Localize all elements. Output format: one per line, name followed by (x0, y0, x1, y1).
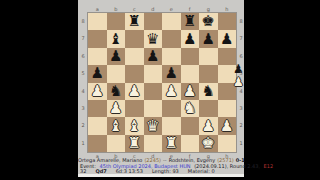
file-label-top-f: f (181, 6, 200, 12)
black-pawn: ♟ (146, 49, 159, 64)
square-b3: ♟ (107, 100, 126, 117)
square-g2: ♟ (199, 117, 218, 134)
board-panel: ♜♜♚♝♛♟♟♟♟♟♟♟♟♞♟♟♟♞♟♞♝♝♛♟♟♜♜♚ ♟ ♟ Ortega … (78, 0, 244, 177)
square-g8: ♚ (199, 13, 218, 30)
white-king: ♚ (202, 136, 215, 151)
square-a3 (88, 100, 107, 117)
black-pawn: ♟ (109, 49, 122, 64)
white-pawn: ♟ (128, 84, 141, 99)
square-d7: ♛ (144, 30, 163, 47)
file-label-top-c: c (125, 6, 144, 12)
square-e4: ♟ (162, 83, 181, 100)
rank-label-right-4: 4 (237, 83, 246, 100)
footer-strip (78, 174, 244, 178)
black-pawn: ♟ (183, 32, 196, 47)
square-a6 (88, 48, 107, 65)
square-a5: ♟ (88, 65, 107, 82)
file-label-top-b: b (107, 6, 126, 12)
square-b4: ♞ (107, 83, 126, 100)
square-d5 (144, 65, 163, 82)
black-pawn: ♟ (220, 32, 233, 47)
square-h3 (218, 100, 237, 117)
rank-label-right-6: 6 (237, 48, 246, 65)
square-f4: ♟ (181, 83, 200, 100)
square-c5 (125, 65, 144, 82)
rank-label-right-8: 8 (237, 13, 246, 30)
square-e3 (162, 100, 181, 117)
square-e1: ♜ (162, 135, 181, 152)
rank-label-left-1: 1 (79, 135, 88, 152)
square-e2 (162, 117, 181, 134)
square-f7: ♟ (181, 30, 200, 47)
square-c7 (125, 30, 144, 47)
square-d4 (144, 83, 163, 100)
white-bishop: ♝ (128, 119, 141, 134)
black-knight: ♞ (202, 84, 215, 99)
file-label-bottom-g: g (199, 153, 218, 159)
white-pawn: ♟ (91, 84, 104, 99)
black-knight: ♞ (109, 84, 122, 99)
square-a4: ♟ (88, 83, 107, 100)
rank-label-right-1: 1 (237, 135, 246, 152)
file-label-top-a: a (88, 6, 107, 12)
file-label-bottom-a: a (88, 153, 107, 159)
square-h2: ♟ (218, 117, 237, 134)
square-b5 (107, 65, 126, 82)
square-a7 (88, 30, 107, 47)
square-c6 (125, 48, 144, 65)
file-label-top-d: d (144, 6, 163, 12)
black-queen: ♛ (146, 32, 159, 47)
square-f6 (181, 48, 200, 65)
white-pawn: ♟ (183, 84, 196, 99)
square-a2 (88, 117, 107, 134)
file-label-bottom-d: d (144, 153, 163, 159)
square-c3 (125, 100, 144, 117)
white-rook: ♜ (165, 136, 178, 151)
white-pawn: ♟ (202, 119, 215, 134)
square-d8 (144, 13, 163, 30)
square-c8: ♜ (125, 13, 144, 30)
file-label-bottom-c: c (125, 153, 144, 159)
square-g5 (199, 65, 218, 82)
square-c4: ♟ (125, 83, 144, 100)
white-queen: ♛ (146, 119, 159, 134)
square-a1 (88, 135, 107, 152)
chess-board: ♜♜♚♝♛♟♟♟♟♟♟♟♟♞♟♟♟♞♟♞♝♝♛♟♟♜♜♚ (88, 13, 236, 152)
rank-label-right-2: 2 (237, 117, 246, 134)
square-g4: ♞ (199, 83, 218, 100)
black-rook: ♜ (128, 14, 141, 29)
square-b6: ♟ (107, 48, 126, 65)
black-king: ♚ (202, 14, 215, 29)
square-g3 (199, 100, 218, 117)
square-b1 (107, 135, 126, 152)
rank-label-left-4: 4 (79, 83, 88, 100)
square-e7 (162, 30, 181, 47)
square-g6 (199, 48, 218, 65)
file-label-bottom-f: f (181, 153, 200, 159)
square-d1 (144, 135, 163, 152)
square-e8 (162, 13, 181, 30)
square-h7: ♟ (218, 30, 237, 47)
square-c1: ♜ (125, 135, 144, 152)
white-pawn: ♟ (109, 101, 122, 116)
rank-label-right-7: 7 (237, 30, 246, 47)
square-h1 (218, 135, 237, 152)
square-a8 (88, 13, 107, 30)
file-label-top-g: g (199, 6, 218, 12)
rank-label-right-5: 5 (237, 65, 246, 82)
square-f3: ♞ (181, 100, 200, 117)
white-pawn: ♟ (220, 119, 233, 134)
black-pawn: ♟ (165, 66, 178, 81)
square-f8: ♜ (181, 13, 200, 30)
black-pawn: ♟ (91, 66, 104, 81)
square-g1: ♚ (199, 135, 218, 152)
white-pawn: ♟ (165, 84, 178, 99)
rank-label-left-2: 2 (79, 117, 88, 134)
rank-label-left-5: 5 (79, 65, 88, 82)
file-label-bottom-h: h (218, 153, 237, 159)
white-knight: ♞ (183, 101, 196, 116)
square-b8 (107, 13, 126, 30)
black-bishop: ♝ (109, 32, 122, 47)
square-e6 (162, 48, 181, 65)
black-pawn: ♟ (202, 32, 215, 47)
square-d6: ♟ (144, 48, 163, 65)
rank-label-left-3: 3 (79, 100, 88, 117)
rank-label-left-6: 6 (79, 48, 88, 65)
black-rook: ♜ (183, 14, 196, 29)
caption-segment: E12 (264, 163, 274, 169)
square-f5 (181, 65, 200, 82)
white-bishop: ♝ (109, 119, 122, 134)
file-label-bottom-e: e (162, 153, 181, 159)
white-rook: ♜ (128, 136, 141, 151)
square-f2 (181, 117, 200, 134)
rank-label-right-3: 3 (237, 100, 246, 117)
square-c2: ♝ (125, 117, 144, 134)
square-e5: ♟ (162, 65, 181, 82)
square-b7: ♝ (107, 30, 126, 47)
square-f1 (181, 135, 200, 152)
square-d2: ♛ (144, 117, 163, 134)
square-b2: ♝ (107, 117, 126, 134)
square-g7: ♟ (199, 30, 218, 47)
file-label-top-h: h (218, 6, 237, 12)
file-label-bottom-b: b (107, 153, 126, 159)
square-h8 (218, 13, 237, 30)
file-label-top-e: e (162, 6, 181, 12)
rank-label-left-8: 8 (79, 13, 88, 30)
rank-label-left-7: 7 (79, 30, 88, 47)
square-d3 (144, 100, 163, 117)
